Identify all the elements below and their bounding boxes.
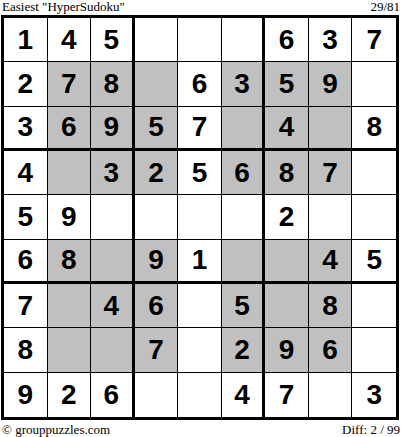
cell-r6c8: 4	[309, 240, 353, 284]
cell-r7c3: 4	[91, 284, 135, 328]
cell-r8c4: 7	[135, 328, 179, 372]
cell-r6c4: 9	[135, 240, 179, 284]
cell-r5c5[interactable]	[178, 195, 222, 239]
cell-r2c1: 2	[4, 62, 48, 106]
puzzle-title: Easiest "HyperSudoku"	[0, 0, 125, 14]
cell-r8c3[interactable]	[91, 328, 135, 372]
cell-r4c6: 6	[222, 151, 266, 195]
cell-r2c9[interactable]	[352, 62, 396, 106]
cell-r1c7: 6	[265, 18, 309, 62]
cell-r3c1: 3	[4, 107, 48, 151]
cell-r3c7: 4	[265, 107, 309, 151]
cell-r7c2[interactable]	[48, 284, 92, 328]
cell-r1c4[interactable]	[135, 18, 179, 62]
cell-r2c6: 3	[222, 62, 266, 106]
cell-r6c5: 1	[178, 240, 222, 284]
cell-r4c3: 3	[91, 151, 135, 195]
cell-r4c1: 4	[4, 151, 48, 195]
cell-r4c8: 7	[309, 151, 353, 195]
cell-r5c1: 5	[4, 195, 48, 239]
cell-r3c4: 5	[135, 107, 179, 151]
cell-r9c4[interactable]	[135, 373, 179, 417]
cell-r8c9[interactable]	[352, 328, 396, 372]
cell-r6c7[interactable]	[265, 240, 309, 284]
puzzle-page: Easiest "HyperSudoku" 29/81 145637278635…	[0, 0, 402, 437]
cell-r7c8: 8	[309, 284, 353, 328]
cell-r7c9[interactable]	[352, 284, 396, 328]
cell-r9c5[interactable]	[178, 373, 222, 417]
cell-r5c3[interactable]	[91, 195, 135, 239]
cell-r3c3: 9	[91, 107, 135, 151]
cell-r7c4: 6	[135, 284, 179, 328]
cell-r4c7: 8	[265, 151, 309, 195]
cell-r9c3: 6	[91, 373, 135, 417]
cell-r8c8: 6	[309, 328, 353, 372]
header: Easiest "HyperSudoku" 29/81	[0, 0, 402, 15]
cell-r1c3: 5	[91, 18, 135, 62]
cell-r8c7: 9	[265, 328, 309, 372]
cell-r9c7: 7	[265, 373, 309, 417]
cell-r9c8[interactable]	[309, 373, 353, 417]
cell-r5c6[interactable]	[222, 195, 266, 239]
cell-r9c1: 9	[4, 373, 48, 417]
cell-r1c6[interactable]	[222, 18, 266, 62]
cell-r7c1: 7	[4, 284, 48, 328]
cell-r5c8[interactable]	[309, 195, 353, 239]
cell-r6c2: 8	[48, 240, 92, 284]
cell-r5c2: 9	[48, 195, 92, 239]
cell-r1c8: 3	[309, 18, 353, 62]
cell-r7c7[interactable]	[265, 284, 309, 328]
cell-r8c1: 8	[4, 328, 48, 372]
cell-r6c6[interactable]	[222, 240, 266, 284]
cell-r2c3: 8	[91, 62, 135, 106]
cell-r2c5: 6	[178, 62, 222, 106]
difficulty-text: Diff: 2 / 99	[342, 423, 402, 437]
cell-r1c1: 1	[4, 18, 48, 62]
cell-r4c9[interactable]	[352, 151, 396, 195]
cell-r2c7: 5	[265, 62, 309, 106]
cell-r9c9: 3	[352, 373, 396, 417]
givens-counter: 29/81	[370, 0, 402, 14]
cell-r2c8: 9	[309, 62, 353, 106]
cell-r1c9: 7	[352, 18, 396, 62]
cell-r3c6[interactable]	[222, 107, 266, 151]
cell-r3c9: 8	[352, 107, 396, 151]
cell-r1c2: 4	[48, 18, 92, 62]
cell-r6c3[interactable]	[91, 240, 135, 284]
cell-r3c5: 7	[178, 107, 222, 151]
cell-r6c9: 5	[352, 240, 396, 284]
cell-r9c6: 4	[222, 373, 266, 417]
cell-r5c9[interactable]	[352, 195, 396, 239]
cell-r8c6: 2	[222, 328, 266, 372]
cell-r3c8[interactable]	[309, 107, 353, 151]
sudoku-board: 1456372786359369574843256875926891457465…	[1, 15, 399, 420]
cell-r7c5[interactable]	[178, 284, 222, 328]
cell-r3c2: 6	[48, 107, 92, 151]
cell-r1c5[interactable]	[178, 18, 222, 62]
copyright-text: © grouppuzzles.com	[0, 423, 110, 437]
cell-r4c2[interactable]	[48, 151, 92, 195]
cell-r8c5[interactable]	[178, 328, 222, 372]
cell-r4c4: 2	[135, 151, 179, 195]
cell-r2c2: 7	[48, 62, 92, 106]
footer: © grouppuzzles.com Diff: 2 / 99	[0, 422, 402, 437]
cell-r9c2: 2	[48, 373, 92, 417]
cell-r2c4[interactable]	[135, 62, 179, 106]
cell-r4c5: 5	[178, 151, 222, 195]
cell-r6c1: 6	[4, 240, 48, 284]
cell-r5c4[interactable]	[135, 195, 179, 239]
cell-r5c7: 2	[265, 195, 309, 239]
cell-r7c6: 5	[222, 284, 266, 328]
cell-r8c2[interactable]	[48, 328, 92, 372]
